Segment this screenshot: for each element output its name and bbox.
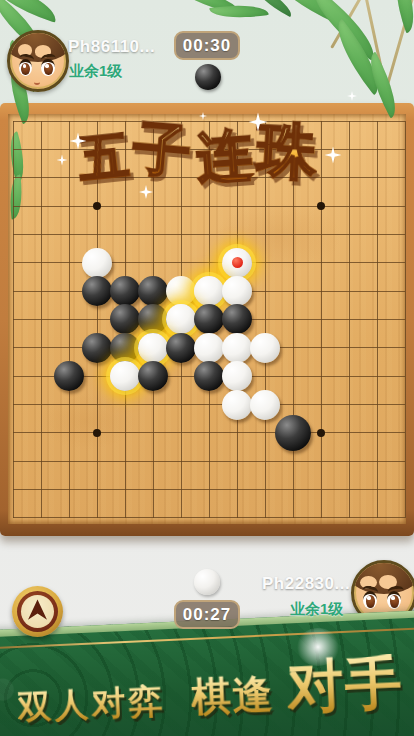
white-stone (250, 333, 280, 363)
white-stone (222, 248, 252, 278)
star-point (93, 429, 101, 437)
banner-text-left: 双人对弈 (17, 683, 166, 724)
banner-text-mid: 棋逢 (190, 673, 274, 717)
collapse-button[interactable] (12, 586, 63, 637)
top-player-name: Ph86110... (68, 37, 155, 57)
top-stone-indicator (195, 64, 221, 90)
grid-line (349, 121, 350, 518)
black-stone (275, 415, 311, 451)
banner-text-right: 对手 (286, 653, 404, 715)
star-point (317, 202, 325, 210)
sparkle-icon (347, 91, 357, 101)
grid-line (13, 461, 405, 462)
black-stone (110, 333, 140, 363)
top-player-avatar[interactable] (7, 30, 69, 92)
grid-line (293, 121, 294, 518)
grid-line (13, 489, 405, 490)
white-stone (222, 276, 252, 306)
grid-line (265, 121, 266, 518)
top-player-rank: 业余1级 (69, 62, 122, 81)
white-stone (222, 333, 252, 363)
black-stone (166, 333, 196, 363)
white-stone (222, 361, 252, 391)
grid-line (321, 121, 322, 518)
bottom-player-timer: 00:27 (174, 600, 240, 629)
star-point (93, 202, 101, 210)
grid-line (405, 121, 406, 518)
white-stone (82, 248, 112, 278)
top-player-timer: 00:30 (174, 31, 240, 60)
black-stone (138, 276, 168, 306)
white-stone (222, 390, 252, 420)
grid-line (13, 404, 405, 405)
star-point (317, 429, 325, 437)
white-stone (138, 333, 168, 363)
white-stone (166, 276, 196, 306)
gomoku-game-screen: 五 子 连 珠 Ph86110... 业余1级 00:30 00:27 Ph22… (0, 0, 414, 736)
bottom-player-rank: 业余1级 (290, 600, 343, 619)
black-stone (110, 276, 140, 306)
grid-line (13, 517, 405, 518)
grid-line (377, 121, 378, 518)
grid-line (13, 432, 405, 433)
bottom-player-name: Ph22830... (262, 574, 348, 594)
black-stone (54, 361, 84, 391)
black-stone (82, 276, 112, 306)
light-glint (296, 628, 340, 666)
white-stone (194, 276, 224, 306)
white-stone (250, 390, 280, 420)
white-stone (110, 361, 140, 391)
last-move-dot (232, 257, 243, 268)
black-stone (82, 333, 112, 363)
black-stone (194, 361, 224, 391)
bottom-stone-indicator (194, 569, 220, 595)
banner-text: 双人对弈 棋逢 对手 (16, 653, 404, 727)
white-stone (194, 333, 224, 363)
black-stone (138, 361, 168, 391)
bamboo-leaf (387, 0, 414, 33)
